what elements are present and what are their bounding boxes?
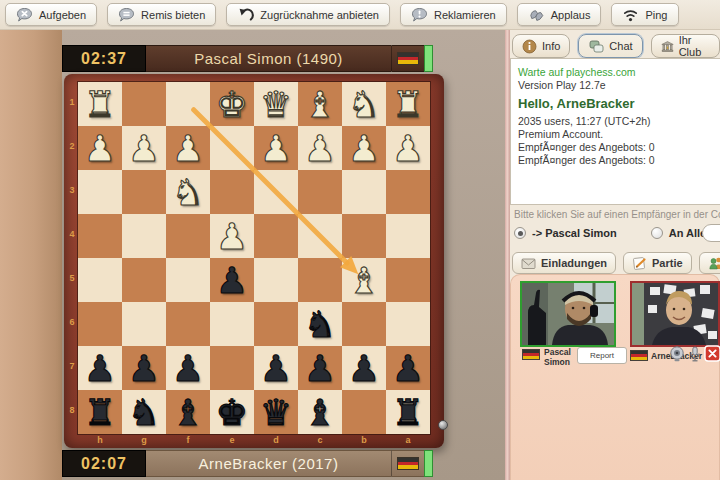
square-e7[interactable] [210, 346, 254, 390]
chat-line: 2035 users, 11:27 (UTC+2h) [518, 115, 720, 128]
recipient-radio-selected[interactable] [514, 227, 526, 239]
button-label: Aufgeben [39, 9, 86, 21]
speech-bubble-exclaim-icon [411, 7, 428, 23]
close-webcam-button[interactable] [704, 345, 720, 366]
square-h6[interactable] [78, 302, 122, 346]
square-h7[interactable]: ♟ [78, 346, 122, 390]
square-a7[interactable]: ♟ [386, 346, 430, 390]
tab-partie[interactable]: Partie [623, 252, 692, 274]
square-c3[interactable] [298, 170, 342, 214]
bottom-player-flag-box [391, 450, 424, 477]
button-label: Remis bieten [141, 9, 205, 21]
envelope-icon [521, 257, 536, 270]
rank-label-2: 2 [67, 141, 77, 151]
wifi-ping-icon [622, 7, 639, 23]
square-c6[interactable]: ♞ [298, 302, 342, 346]
black-pawn-a7: ♟ [386, 346, 430, 390]
white-rook-h1: ♜ [78, 82, 122, 126]
undo-arrow-icon [237, 7, 254, 23]
square-d5[interactable] [254, 258, 298, 302]
top-player-bar: 02:37 Pascal Simon (1490) [62, 45, 433, 72]
applause-button[interactable]: Applaus [517, 3, 602, 26]
chess-board: ♜♚♛♝♞♜♟♟♟♟♟♟♟♞♟♟♝♞♟♟♟♟♟♟♟♜♞♝♚♛♝♜ [78, 82, 430, 434]
file-label-g: g [122, 435, 166, 445]
applause-hands-icon [528, 7, 545, 23]
community-panel: Pascal Simon Report ArneBracker [510, 274, 720, 480]
file-labels: hgfedcba [78, 435, 430, 445]
white-bishop-c1: ♝ [298, 82, 342, 126]
black-bishop-f8: ♝ [166, 390, 210, 434]
square-a1[interactable]: ♜ [386, 82, 430, 126]
white-knight-b1: ♞ [342, 82, 386, 126]
black-pawn-g7: ♟ [122, 346, 166, 390]
takeback-offer-button[interactable]: Zugrücknahme anbieten [226, 3, 390, 26]
square-d4[interactable] [254, 214, 298, 258]
button-label: Reklamieren [434, 9, 496, 21]
german-flag-icon [522, 349, 540, 360]
tab-label: Einladungen [541, 257, 607, 269]
game-sheet-pencil-icon [632, 256, 647, 270]
chess-board-frame: ♜♚♛♝♞♜♟♟♟♟♟♟♟♞♟♟♝♞♟♟♟♟♟♟♟♜♞♝♚♛♝♜ 1234567… [64, 74, 444, 448]
square-h1[interactable]: ♜ [78, 82, 122, 126]
square-c4[interactable] [298, 214, 342, 258]
webcam-video-arne [632, 283, 718, 345]
recipient-label: -> Pascal Simon [532, 227, 617, 239]
german-flag-icon [397, 52, 419, 65]
draw-offer-button[interactable]: Remis bieten [107, 3, 216, 26]
rank-label-5: 5 [67, 273, 77, 283]
square-a3[interactable] [386, 170, 430, 214]
microphone-icon [686, 345, 704, 363]
white-queen-d1: ♛ [254, 82, 298, 126]
square-b3[interactable] [342, 170, 386, 214]
square-h8[interactable]: ♜ [78, 390, 122, 434]
chat-line: Premium Account. [518, 128, 720, 141]
square-e4[interactable]: ♟ [210, 214, 254, 258]
white-pawn-g2: ♟ [122, 126, 166, 170]
white-pawn-c2: ♟ [298, 126, 342, 170]
rank-label-8: 8 [67, 405, 77, 415]
white-king-e1: ♚ [210, 82, 254, 126]
square-g1[interactable] [122, 82, 166, 126]
chat-line: EmpfÃ¤nger des Angebots: 0 [518, 154, 720, 167]
square-a2[interactable]: ♟ [386, 126, 430, 170]
microphone-toggle-button[interactable] [686, 345, 704, 367]
black-pawn-c7: ♟ [298, 346, 342, 390]
tab-community[interactable]: Community [699, 252, 720, 274]
white-knight-f3: ♞ [166, 170, 210, 214]
square-g8[interactable]: ♞ [122, 390, 166, 434]
square-c7[interactable]: ♟ [298, 346, 342, 390]
square-e5[interactable]: ♟ [210, 258, 254, 302]
black-king-e8: ♚ [210, 390, 254, 434]
black-rook-a8: ♜ [386, 390, 430, 434]
right-panel: Info Chat Ihr Club Warte auf playchess.c… [510, 30, 720, 480]
square-a6[interactable] [386, 302, 430, 346]
square-d2[interactable]: ♟ [254, 126, 298, 170]
top-player-clock: 02:37 [62, 45, 146, 72]
square-b4[interactable] [342, 214, 386, 258]
file-label-e: e [210, 435, 254, 445]
button-label: Zugrücknahme anbieten [260, 9, 379, 21]
square-e3[interactable] [210, 170, 254, 214]
webcam-icon [668, 345, 686, 363]
black-knight-g8: ♞ [122, 390, 166, 434]
square-h4[interactable] [78, 214, 122, 258]
tab-label: Info [542, 40, 560, 52]
rank-label-7: 7 [67, 361, 77, 371]
square-g2[interactable]: ♟ [122, 126, 166, 170]
square-b6[interactable] [342, 302, 386, 346]
ping-button[interactable]: Ping [611, 3, 678, 26]
square-f8[interactable]: ♝ [166, 390, 210, 434]
white-pawn-h2: ♟ [78, 126, 122, 170]
square-c2[interactable]: ♟ [298, 126, 342, 170]
square-f1[interactable] [166, 82, 210, 126]
black-queen-d8: ♛ [254, 390, 298, 434]
webcam-arnebracker[interactable] [630, 281, 720, 347]
white-pawn-b2: ♟ [342, 126, 386, 170]
square-b8[interactable] [342, 390, 386, 434]
square-g7[interactable]: ♟ [122, 346, 166, 390]
german-flag-icon [630, 350, 648, 361]
white-pawn-f2: ♟ [166, 126, 210, 170]
square-b7[interactable]: ♟ [342, 346, 386, 390]
square-h2[interactable]: ♟ [78, 126, 122, 170]
button-label: Ping [645, 9, 667, 21]
chat-line: Version Play 12.7e [518, 79, 720, 92]
tab-ihr-club[interactable]: Ihr Club [651, 34, 720, 58]
tab-chat[interactable]: Chat [578, 34, 642, 58]
board-knob [438, 420, 448, 430]
black-bishop-c8: ♝ [298, 390, 342, 434]
square-f6[interactable] [166, 302, 210, 346]
white-pawn-a2: ♟ [386, 126, 430, 170]
black-pawn-f7: ♟ [166, 346, 210, 390]
rank-label-3: 3 [67, 185, 77, 195]
tab-label: Ihr Club [679, 34, 710, 58]
file-label-b: b [342, 435, 386, 445]
info-icon [522, 39, 537, 54]
white-pawn-d2: ♟ [254, 126, 298, 170]
bottom-player-name: ArneBracker (2017) [146, 450, 391, 477]
tab-label: Partie [652, 257, 683, 269]
square-e1[interactable]: ♚ [210, 82, 254, 126]
recipient-label: An Alle [669, 227, 707, 239]
square-d3[interactable] [254, 170, 298, 214]
black-pawn-d7: ♟ [254, 346, 298, 390]
square-c5[interactable] [298, 258, 342, 302]
top-toolbar: Aufgeben Remis bieten Zugrücknahme anbie… [0, 0, 720, 30]
tab-info[interactable]: Info [512, 34, 570, 58]
black-rook-h8: ♜ [78, 390, 122, 434]
file-label-c: c [298, 435, 342, 445]
chat-line: Warte auf playchess.com [518, 66, 720, 79]
black-knight-c6: ♞ [298, 302, 342, 346]
rank-label-4: 4 [67, 229, 77, 239]
community-tab-strip: Einladungen Partie Community [512, 252, 720, 274]
top-player-flag-box [391, 45, 424, 72]
square-g3[interactable] [122, 170, 166, 214]
resign-button[interactable]: Aufgeben [5, 3, 97, 26]
claim-button[interactable]: Reklamieren [400, 3, 507, 26]
game-area: 02:37 Pascal Simon (1490) ♜♚♛♝♞♜♟♟♟♟♟♟♟♞… [62, 30, 505, 480]
report-button[interactable]: Report [577, 347, 627, 364]
square-e8[interactable]: ♚ [210, 390, 254, 434]
square-h5[interactable] [78, 258, 122, 302]
square-b2[interactable]: ♟ [342, 126, 386, 170]
square-c1[interactable]: ♝ [298, 82, 342, 126]
square-a4[interactable] [386, 214, 430, 258]
panel-tab-strip: Info Chat Ihr Club [512, 34, 720, 58]
white-pawn-e4: ♟ [210, 214, 254, 258]
square-a5[interactable] [386, 258, 430, 302]
rank-label-6: 6 [67, 317, 77, 327]
file-label-a: a [386, 435, 430, 445]
chat-bubbles-icon [588, 39, 604, 54]
square-d6[interactable] [254, 302, 298, 346]
square-b1[interactable]: ♞ [342, 82, 386, 126]
square-d8[interactable]: ♛ [254, 390, 298, 434]
webcam-toggle-button[interactable] [668, 345, 686, 367]
square-e2[interactable] [210, 126, 254, 170]
webcam-name-pascal: Pascal Simon [544, 348, 580, 367]
square-f2[interactable]: ♟ [166, 126, 210, 170]
black-pawn-b7: ♟ [342, 346, 386, 390]
community-people-icon [708, 256, 720, 270]
square-g6[interactable] [122, 302, 166, 346]
white-rook-a1: ♜ [386, 82, 430, 126]
german-flag-icon [397, 457, 419, 470]
square-a8[interactable]: ♜ [386, 390, 430, 434]
bottom-player-clock: 02:07 [62, 450, 146, 477]
chat-message-area[interactable]: Warte auf playchess.com Version Play 12.… [510, 58, 720, 205]
square-c8[interactable]: ♝ [298, 390, 342, 434]
square-g4[interactable] [122, 214, 166, 258]
file-label-h: h [78, 435, 122, 445]
club-building-icon [661, 39, 674, 54]
square-h3[interactable] [78, 170, 122, 214]
playchess-app-window: Aufgeben Remis bieten Zugrücknahme anbie… [0, 0, 720, 480]
white-bishop-b5: ♝ [342, 258, 386, 302]
square-e6[interactable] [210, 302, 254, 346]
tab-einladungen[interactable]: Einladungen [512, 252, 616, 274]
recipient-radio-all[interactable] [651, 227, 663, 239]
file-label-f: f [166, 435, 210, 445]
tab-label: Chat [609, 40, 632, 52]
square-g5[interactable] [122, 258, 166, 302]
file-label-d: d [254, 435, 298, 445]
chat-line: Hello, ArneBracker [518, 96, 720, 112]
left-wood-margin [0, 30, 62, 480]
square-d1[interactable]: ♛ [254, 82, 298, 126]
square-d7[interactable]: ♟ [254, 346, 298, 390]
webcam-pascal-simon[interactable] [520, 281, 616, 347]
speech-bubble-equals-icon [118, 7, 135, 23]
square-b5[interactable]: ♝ [342, 258, 386, 302]
chat-line: EmpfÃ¤nger des Angebots: 0 [518, 141, 720, 154]
square-f3[interactable]: ♞ [166, 170, 210, 214]
square-f4[interactable] [166, 214, 210, 258]
recipient-selector: -> Pascal Simon An Alle [514, 222, 706, 244]
black-pawn-h7: ♟ [78, 346, 122, 390]
bottom-connection-indicator [424, 450, 433, 477]
top-player-name: Pascal Simon (1490) [146, 45, 391, 72]
button-label: Applaus [551, 9, 591, 21]
recipient-hint-text: Bitte klicken Sie auf einen Empfänger in… [514, 209, 720, 220]
close-icon [704, 345, 720, 362]
speech-bubble-x-icon [16, 7, 33, 23]
square-f5[interactable] [166, 258, 210, 302]
black-pawn-e5: ♟ [210, 258, 254, 302]
message-input[interactable] [702, 224, 720, 242]
rank-label-1: 1 [67, 97, 77, 107]
webcam-video-pascal [522, 283, 614, 345]
bottom-player-bar: 02:07 ArneBracker (2017) [62, 450, 433, 477]
square-f7[interactable]: ♟ [166, 346, 210, 390]
top-connection-indicator [424, 45, 433, 72]
